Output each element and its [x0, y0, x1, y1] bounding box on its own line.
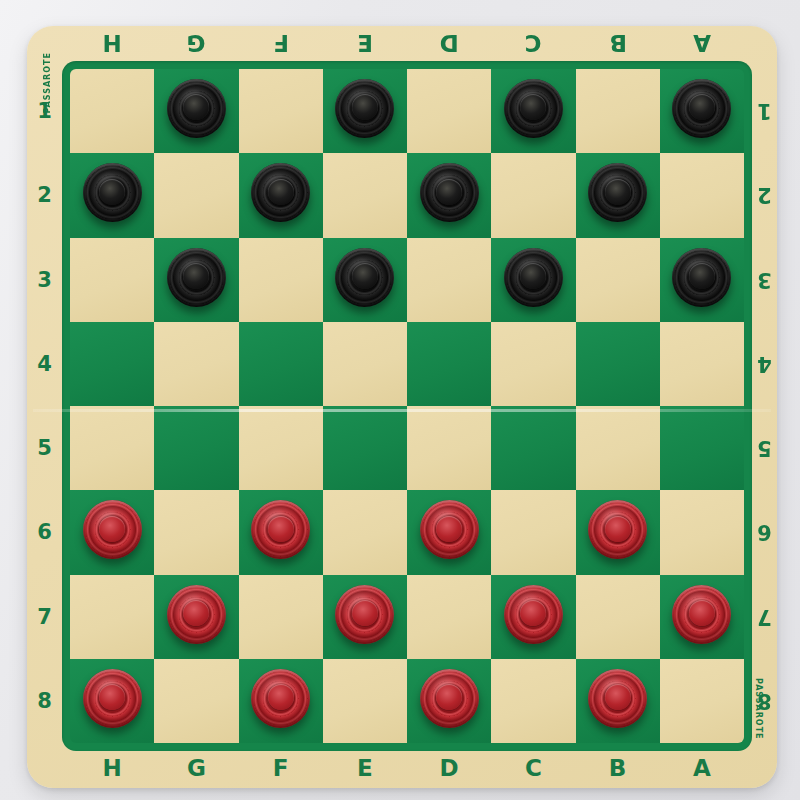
square-d5[interactable] [407, 406, 491, 490]
square-e4[interactable] [323, 322, 407, 406]
piece-black-man-e3[interactable] [335, 248, 394, 307]
piece-red-man-a7[interactable] [672, 585, 731, 644]
square-f2[interactable] [239, 153, 323, 237]
square-b3[interactable] [576, 238, 660, 322]
square-c1[interactable] [491, 69, 575, 153]
square-g6[interactable] [154, 490, 238, 574]
square-g5[interactable] [154, 406, 238, 490]
file-label-top-c: C [491, 26, 575, 61]
rank-labels-left: 1 2 3 4 5 6 7 8 [27, 69, 62, 743]
piece-red-man-d6[interactable] [420, 500, 479, 559]
square-g4[interactable] [154, 322, 238, 406]
piece-black-man-c3[interactable] [504, 248, 563, 307]
rank-labels-right: 1 2 3 4 5 6 7 8 [752, 69, 777, 743]
piece-red-man-e7[interactable] [335, 585, 394, 644]
square-d1[interactable] [407, 69, 491, 153]
piece-red-man-g7[interactable] [167, 585, 226, 644]
square-g8[interactable] [154, 659, 238, 743]
square-g7[interactable] [154, 575, 238, 659]
file-label-top-f: F [239, 26, 323, 61]
board-grid [70, 69, 744, 743]
square-b8[interactable] [576, 659, 660, 743]
file-label-top-g: G [154, 26, 238, 61]
square-b7[interactable] [576, 575, 660, 659]
file-label-top-a: A [660, 26, 744, 61]
square-b2[interactable] [576, 153, 660, 237]
piece-red-man-f8[interactable] [251, 669, 310, 728]
piece-red-man-d8[interactable] [420, 669, 479, 728]
rank-label-left-8: 8 [27, 659, 62, 743]
square-h1[interactable] [70, 69, 154, 153]
square-h2[interactable] [70, 153, 154, 237]
square-f8[interactable] [239, 659, 323, 743]
rank-label-right-7: 7 [752, 575, 777, 659]
piece-red-man-h6[interactable] [83, 500, 142, 559]
piece-red-man-f6[interactable] [251, 500, 310, 559]
square-b5[interactable] [576, 406, 660, 490]
file-label-bottom-c: C [491, 751, 575, 784]
file-label-top-h: H [70, 26, 154, 61]
rank-label-left-7: 7 [27, 575, 62, 659]
square-h5[interactable] [70, 406, 154, 490]
square-f1[interactable] [239, 69, 323, 153]
rank-label-left-3: 3 [27, 238, 62, 322]
square-h7[interactable] [70, 575, 154, 659]
piece-red-man-b6[interactable] [588, 500, 647, 559]
square-e2[interactable] [323, 153, 407, 237]
rank-label-right-3: 3 [752, 238, 777, 322]
square-d4[interactable] [407, 322, 491, 406]
square-c3[interactable] [491, 238, 575, 322]
checkers-mat: PASSAROTE H G F E D C B A 1 2 3 4 5 6 7 … [27, 26, 777, 788]
rank-label-right-4: 4 [752, 322, 777, 406]
brand-text-bottom-right: PASSAROTE [754, 678, 763, 740]
piece-black-man-g3[interactable] [167, 248, 226, 307]
file-label-top-e: E [323, 26, 407, 61]
piece-black-man-e1[interactable] [335, 79, 394, 138]
square-e7[interactable] [323, 575, 407, 659]
square-a5[interactable] [660, 406, 744, 490]
square-h3[interactable] [70, 238, 154, 322]
square-b1[interactable] [576, 69, 660, 153]
square-a1[interactable] [660, 69, 744, 153]
piece-black-man-c1[interactable] [504, 79, 563, 138]
square-f6[interactable] [239, 490, 323, 574]
square-e3[interactable] [323, 238, 407, 322]
piece-black-man-g1[interactable] [167, 79, 226, 138]
piece-black-man-h2[interactable] [83, 163, 142, 222]
piece-black-man-f2[interactable] [251, 163, 310, 222]
square-c7[interactable] [491, 575, 575, 659]
square-d6[interactable] [407, 490, 491, 574]
square-b4[interactable] [576, 322, 660, 406]
square-g3[interactable] [154, 238, 238, 322]
square-a4[interactable] [660, 322, 744, 406]
square-a3[interactable] [660, 238, 744, 322]
square-e8[interactable] [323, 659, 407, 743]
file-label-bottom-b: B [576, 751, 660, 784]
piece-black-man-a1[interactable] [672, 79, 731, 138]
file-label-bottom-e: E [323, 751, 407, 784]
square-c4[interactable] [491, 322, 575, 406]
square-c6[interactable] [491, 490, 575, 574]
rank-label-left-2: 2 [27, 153, 62, 237]
rank-label-right-6: 6 [752, 490, 777, 574]
file-labels-bottom: H G F E D C B A [70, 751, 744, 784]
square-d2[interactable] [407, 153, 491, 237]
piece-red-man-h8[interactable] [83, 669, 142, 728]
square-a2[interactable] [660, 153, 744, 237]
piece-black-man-a3[interactable] [672, 248, 731, 307]
square-h4[interactable] [70, 322, 154, 406]
square-d8[interactable] [407, 659, 491, 743]
rank-label-right-5: 5 [752, 406, 777, 490]
file-label-bottom-f: F [239, 751, 323, 784]
square-f5[interactable] [239, 406, 323, 490]
square-e5[interactable] [323, 406, 407, 490]
file-label-bottom-a: A [660, 751, 744, 784]
rank-label-right-2: 2 [752, 153, 777, 237]
square-c2[interactable] [491, 153, 575, 237]
board-frame [62, 61, 752, 751]
piece-black-man-b2[interactable] [588, 163, 647, 222]
square-h8[interactable] [70, 659, 154, 743]
square-f3[interactable] [239, 238, 323, 322]
square-a7[interactable] [660, 575, 744, 659]
file-label-bottom-g: G [154, 751, 238, 784]
file-label-top-b: B [576, 26, 660, 61]
square-g2[interactable] [154, 153, 238, 237]
square-d7[interactable] [407, 575, 491, 659]
rank-label-left-6: 6 [27, 490, 62, 574]
piece-red-man-c7[interactable] [504, 585, 563, 644]
rank-label-left-5: 5 [27, 406, 62, 490]
piece-red-man-b8[interactable] [588, 669, 647, 728]
file-label-bottom-h: H [70, 751, 154, 784]
square-d3[interactable] [407, 238, 491, 322]
square-e1[interactable] [323, 69, 407, 153]
square-c5[interactable] [491, 406, 575, 490]
square-f7[interactable] [239, 575, 323, 659]
square-a6[interactable] [660, 490, 744, 574]
rank-label-right-1: 1 [752, 69, 777, 153]
square-h6[interactable] [70, 490, 154, 574]
square-c8[interactable] [491, 659, 575, 743]
square-f4[interactable] [239, 322, 323, 406]
square-a8[interactable] [660, 659, 744, 743]
file-label-top-d: D [407, 26, 491, 61]
rank-label-left-4: 4 [27, 322, 62, 406]
square-b6[interactable] [576, 490, 660, 574]
square-e6[interactable] [323, 490, 407, 574]
piece-black-man-d2[interactable] [420, 163, 479, 222]
square-g1[interactable] [154, 69, 238, 153]
file-labels-top: H G F E D C B A [70, 26, 744, 61]
file-label-bottom-d: D [407, 751, 491, 784]
rank-label-left-1: 1 [27, 69, 62, 153]
